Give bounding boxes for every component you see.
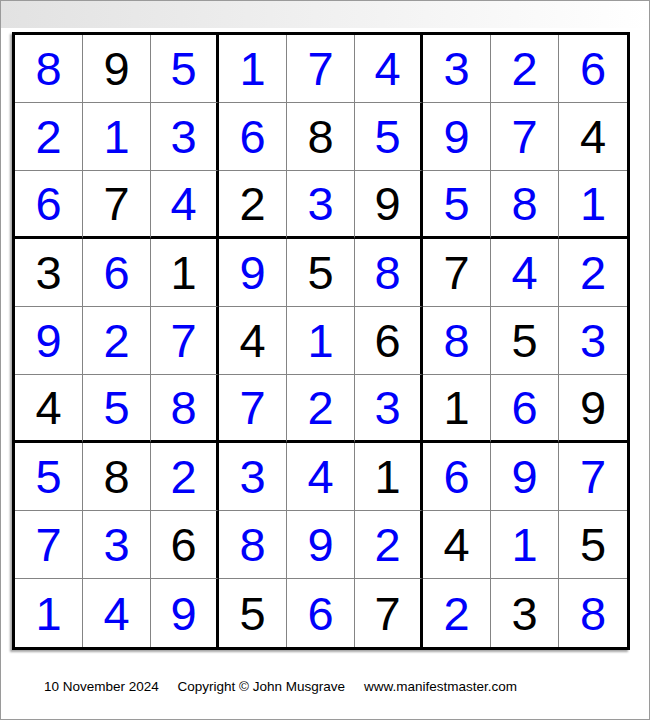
sudoku-cell-r1c9[interactable]: 6 bbox=[559, 35, 627, 103]
sudoku-cell-r9c1[interactable]: 1 bbox=[15, 579, 83, 647]
sudoku-board: 8951743262136859746742395813619587429274… bbox=[12, 32, 630, 650]
sudoku-cell-r3c2[interactable]: 7 bbox=[83, 171, 151, 239]
sudoku-cell-r8c5[interactable]: 9 bbox=[287, 511, 355, 579]
sudoku-cell-r1c5[interactable]: 7 bbox=[287, 35, 355, 103]
sudoku-cell-r2c1[interactable]: 2 bbox=[15, 103, 83, 171]
sudoku-cell-r7c2[interactable]: 8 bbox=[83, 443, 151, 511]
sudoku-cell-r6c5[interactable]: 2 bbox=[287, 375, 355, 443]
sudoku-cell-r7c7[interactable]: 6 bbox=[423, 443, 491, 511]
header-band bbox=[1, 1, 649, 29]
sudoku-cell-r1c4[interactable]: 1 bbox=[219, 35, 287, 103]
sudoku-cell-r6c4[interactable]: 7 bbox=[219, 375, 287, 443]
sudoku-cell-r2c8[interactable]: 7 bbox=[491, 103, 559, 171]
sudoku-cell-r6c2[interactable]: 5 bbox=[83, 375, 151, 443]
sudoku-cell-r3c4[interactable]: 2 bbox=[219, 171, 287, 239]
sudoku-cell-r6c7[interactable]: 1 bbox=[423, 375, 491, 443]
sudoku-cell-r9c3[interactable]: 9 bbox=[151, 579, 219, 647]
sudoku-cell-r8c3[interactable]: 6 bbox=[151, 511, 219, 579]
sudoku-cell-r5c3[interactable]: 7 bbox=[151, 307, 219, 375]
sudoku-cell-r2c2[interactable]: 1 bbox=[83, 103, 151, 171]
sudoku-cell-r1c7[interactable]: 3 bbox=[423, 35, 491, 103]
sudoku-cell-r5c2[interactable]: 2 bbox=[83, 307, 151, 375]
sudoku-cell-r9c9[interactable]: 8 bbox=[559, 579, 627, 647]
sudoku-cell-r5c5[interactable]: 1 bbox=[287, 307, 355, 375]
sudoku-cell-r5c9[interactable]: 3 bbox=[559, 307, 627, 375]
sudoku-cell-r7c4[interactable]: 3 bbox=[219, 443, 287, 511]
sudoku-cell-r6c8[interactable]: 6 bbox=[491, 375, 559, 443]
sudoku-cell-r5c4[interactable]: 4 bbox=[219, 307, 287, 375]
sudoku-cell-r2c6[interactable]: 5 bbox=[355, 103, 423, 171]
sudoku-cell-r8c4[interactable]: 8 bbox=[219, 511, 287, 579]
sudoku-cell-r2c5[interactable]: 8 bbox=[287, 103, 355, 171]
sudoku-cell-r3c1[interactable]: 6 bbox=[15, 171, 83, 239]
sudoku-cell-r7c1[interactable]: 5 bbox=[15, 443, 83, 511]
sudoku-cell-r9c4[interactable]: 5 bbox=[219, 579, 287, 647]
page: 8951743262136859746742395813619587429274… bbox=[0, 0, 650, 720]
sudoku-cell-r3c3[interactable]: 4 bbox=[151, 171, 219, 239]
sudoku-cell-r3c6[interactable]: 9 bbox=[355, 171, 423, 239]
sudoku-cell-r6c3[interactable]: 8 bbox=[151, 375, 219, 443]
sudoku-cell-r9c5[interactable]: 6 bbox=[287, 579, 355, 647]
sudoku-cell-r4c9[interactable]: 2 bbox=[559, 239, 627, 307]
sudoku-cell-r7c6[interactable]: 1 bbox=[355, 443, 423, 511]
sudoku-cell-r3c8[interactable]: 8 bbox=[491, 171, 559, 239]
sudoku-cell-r1c3[interactable]: 5 bbox=[151, 35, 219, 103]
sudoku-cell-r1c1[interactable]: 8 bbox=[15, 35, 83, 103]
sudoku-cell-r9c7[interactable]: 2 bbox=[423, 579, 491, 647]
sudoku-cell-r9c6[interactable]: 7 bbox=[355, 579, 423, 647]
sudoku-cell-r8c2[interactable]: 3 bbox=[83, 511, 151, 579]
footer-copyright: Copyright © John Musgrave bbox=[178, 679, 346, 694]
sudoku-cell-r6c6[interactable]: 3 bbox=[355, 375, 423, 443]
footer: 10 November 2024 Copyright © John Musgra… bbox=[44, 679, 517, 694]
sudoku-cell-r5c1[interactable]: 9 bbox=[15, 307, 83, 375]
sudoku-cell-r3c9[interactable]: 1 bbox=[559, 171, 627, 239]
footer-date: 10 November 2024 bbox=[44, 679, 159, 694]
sudoku-cell-r9c8[interactable]: 3 bbox=[491, 579, 559, 647]
sudoku-cell-r8c1[interactable]: 7 bbox=[15, 511, 83, 579]
sudoku-cell-r8c6[interactable]: 2 bbox=[355, 511, 423, 579]
sudoku-cell-r1c8[interactable]: 2 bbox=[491, 35, 559, 103]
sudoku-cell-r4c6[interactable]: 8 bbox=[355, 239, 423, 307]
sudoku-cell-r8c7[interactable]: 4 bbox=[423, 511, 491, 579]
sudoku-cell-r5c7[interactable]: 8 bbox=[423, 307, 491, 375]
sudoku-cell-r4c8[interactable]: 4 bbox=[491, 239, 559, 307]
sudoku-cell-r2c9[interactable]: 4 bbox=[559, 103, 627, 171]
sudoku-cell-r6c1[interactable]: 4 bbox=[15, 375, 83, 443]
sudoku-cell-r5c6[interactable]: 6 bbox=[355, 307, 423, 375]
sudoku-cell-r3c5[interactable]: 3 bbox=[287, 171, 355, 239]
sudoku-cell-r4c2[interactable]: 6 bbox=[83, 239, 151, 307]
sudoku-cell-r4c7[interactable]: 7 bbox=[423, 239, 491, 307]
sudoku-cell-r7c9[interactable]: 7 bbox=[559, 443, 627, 511]
sudoku-cell-r2c3[interactable]: 3 bbox=[151, 103, 219, 171]
sudoku-cell-r1c2[interactable]: 9 bbox=[83, 35, 151, 103]
sudoku-cell-r4c3[interactable]: 1 bbox=[151, 239, 219, 307]
footer-website: www.manifestmaster.com bbox=[364, 679, 517, 694]
sudoku-cell-r4c5[interactable]: 5 bbox=[287, 239, 355, 307]
sudoku-cell-r6c9[interactable]: 9 bbox=[559, 375, 627, 443]
sudoku-grid: 8951743262136859746742395813619587429274… bbox=[15, 35, 627, 647]
sudoku-cell-r7c8[interactable]: 9 bbox=[491, 443, 559, 511]
sudoku-cell-r2c7[interactable]: 9 bbox=[423, 103, 491, 171]
sudoku-cell-r9c2[interactable]: 4 bbox=[83, 579, 151, 647]
sudoku-cell-r3c7[interactable]: 5 bbox=[423, 171, 491, 239]
sudoku-cell-r8c8[interactable]: 1 bbox=[491, 511, 559, 579]
sudoku-cell-r4c4[interactable]: 9 bbox=[219, 239, 287, 307]
sudoku-cell-r5c8[interactable]: 5 bbox=[491, 307, 559, 375]
sudoku-cell-r4c1[interactable]: 3 bbox=[15, 239, 83, 307]
sudoku-cell-r1c6[interactable]: 4 bbox=[355, 35, 423, 103]
sudoku-cell-r7c3[interactable]: 2 bbox=[151, 443, 219, 511]
sudoku-cell-r2c4[interactable]: 6 bbox=[219, 103, 287, 171]
sudoku-cell-r8c9[interactable]: 5 bbox=[559, 511, 627, 579]
sudoku-cell-r7c5[interactable]: 4 bbox=[287, 443, 355, 511]
